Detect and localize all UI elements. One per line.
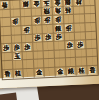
sente-pawn[interactable]: 歩 [23, 43, 31, 52]
gote-pawn[interactable]: 歩 [54, 15, 62, 24]
gote-knight[interactable]: 桂 [74, 0, 82, 6]
sente-knight[interactable]: 桂 [14, 70, 22, 79]
sente-lance[interactable]: 香 [88, 66, 96, 75]
sente-pawn[interactable]: 歩 [55, 33, 63, 42]
sente-lance[interactable]: 香 [3, 70, 11, 79]
sente-king[interactable]: 玉 [13, 52, 21, 61]
sente-pawn[interactable]: 歩 [66, 41, 74, 50]
gote-rook[interactable]: 飛 [43, 7, 51, 16]
sente-pawn[interactable]: 歩 [33, 34, 41, 43]
gote-lance[interactable]: 香 [0, 0, 8, 9]
gote-pawn[interactable]: 歩 [43, 16, 51, 25]
floor-bottom-left [0, 92, 18, 100]
board-grid: 香銀金玉金銀桂飛角桂歩歩歩歩歩銀歩歩歩歩歩歩歩歩歩玉香桂金金銀桂香 [0, 0, 99, 80]
gote-silver[interactable]: 銀 [64, 0, 72, 6]
grid-cell: 金 [34, 68, 45, 77]
grid-cell [24, 69, 35, 78]
grid-cell: 香 [2, 70, 13, 79]
grid-cell: 桂 [76, 66, 87, 75]
sente-pawn[interactable]: 歩 [2, 44, 10, 53]
gote-bishop[interactable]: 角 [53, 7, 61, 16]
sente-pawn[interactable]: 歩 [76, 40, 84, 49]
grid-cell: 香 [87, 66, 98, 75]
sente-knight[interactable]: 桂 [77, 67, 85, 76]
grid-cell: 銀 [66, 67, 77, 76]
sente-silver[interactable]: 銀 [67, 67, 75, 76]
gote-pawn[interactable]: 歩 [65, 23, 73, 32]
sente-silver[interactable]: 銀 [54, 24, 62, 33]
sente-gold[interactable]: 金 [56, 68, 64, 77]
gote-pawn[interactable]: 歩 [33, 16, 41, 25]
shogi-board: 香銀金玉金銀桂飛角桂歩歩歩歩歩銀歩歩歩歩歩歩歩歩歩玉香桂金金銀桂香 [0, 0, 99, 89]
grid-cell [45, 68, 56, 77]
sente-pawn[interactable]: 歩 [44, 33, 52, 42]
sente-pawn[interactable]: 歩 [13, 43, 21, 52]
gote-gold[interactable]: 金 [53, 0, 61, 7]
gote-king[interactable]: 玉 [42, 0, 50, 7]
shogi-photo-scene: 香銀金玉金銀桂飛角桂歩歩歩歩歩銀歩歩歩歩歩歩歩歩歩玉香桂金金銀桂香 [0, 0, 99, 100]
gote-knight[interactable]: 桂 [64, 6, 72, 15]
gote-silver[interactable]: 銀 [21, 0, 29, 8]
grid-cell: 桂 [13, 69, 24, 78]
gote-gold[interactable]: 金 [32, 0, 40, 8]
sente-gold[interactable]: 金 [35, 69, 43, 78]
gote-pawn[interactable]: 歩 [11, 17, 19, 26]
grid-cell: 金 [55, 67, 66, 76]
gote-pawn[interactable]: 歩 [22, 25, 30, 34]
